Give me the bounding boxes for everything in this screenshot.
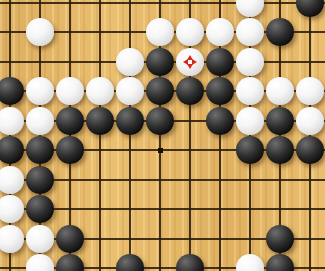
stone-white (146, 18, 174, 46)
stone-black (116, 254, 144, 271)
stone-black (296, 136, 324, 164)
stone-white (176, 48, 204, 76)
stone-white (0, 166, 24, 194)
stone-white (176, 18, 204, 46)
stone-white (26, 254, 54, 271)
stone-black (266, 225, 294, 253)
stone-white (296, 77, 324, 105)
stone-black (26, 136, 54, 164)
stone-white (26, 18, 54, 46)
stone-black (26, 166, 54, 194)
stone-white (0, 195, 24, 223)
stone-white (236, 18, 264, 46)
grid-line-vertical (129, 0, 131, 271)
stone-white (266, 77, 294, 105)
stone-white (296, 107, 324, 135)
stone-white (26, 107, 54, 135)
stone-white (26, 225, 54, 253)
stone-black (266, 136, 294, 164)
stone-black (56, 254, 84, 271)
stone-black (206, 77, 234, 105)
stone-white (206, 18, 234, 46)
stone-black (26, 195, 54, 223)
stone-white (116, 48, 144, 76)
stone-black (266, 18, 294, 46)
stone-black (206, 107, 234, 135)
stone-black (56, 107, 84, 135)
stone-black (296, 0, 324, 17)
stone-white (0, 225, 24, 253)
stone-black (86, 107, 114, 135)
stone-white (86, 77, 114, 105)
grid-line-vertical (99, 0, 101, 271)
star-point (158, 148, 163, 153)
stone-white (0, 107, 24, 135)
stone-black (56, 225, 84, 253)
stone-white (236, 77, 264, 105)
stone-black (0, 136, 24, 164)
stone-black (236, 136, 264, 164)
stone-black (206, 48, 234, 76)
stone-white (26, 77, 54, 105)
stone-black (176, 254, 204, 271)
stone-white (236, 0, 264, 17)
stone-black (266, 254, 294, 271)
stone-black (116, 107, 144, 135)
stone-white (56, 77, 84, 105)
stone-white (236, 254, 264, 271)
stone-white (236, 48, 264, 76)
stone-black (146, 48, 174, 76)
grid-line-horizontal (0, 2, 325, 4)
go-board[interactable] (0, 0, 325, 271)
stone-black (266, 107, 294, 135)
last-move-marker-icon (183, 55, 197, 69)
stone-black (56, 136, 84, 164)
stone-white (236, 107, 264, 135)
stone-black (176, 77, 204, 105)
stone-white (116, 77, 144, 105)
stone-black (0, 77, 24, 105)
stone-black (146, 107, 174, 135)
stone-black (146, 77, 174, 105)
